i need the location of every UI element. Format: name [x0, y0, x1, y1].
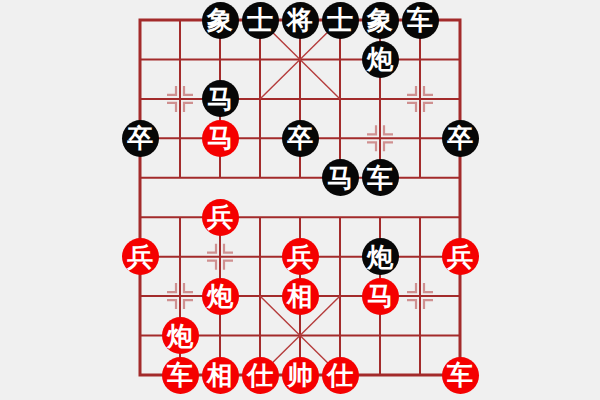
start-point-marker	[207, 244, 216, 253]
start-point-marker	[224, 261, 233, 270]
piece-red-elephant[interactable]: 相	[202, 357, 239, 394]
start-point-marker	[184, 86, 193, 95]
piece-black-advisor[interactable]: 士	[322, 2, 359, 39]
start-point-marker	[184, 283, 193, 292]
piece-black-soldier[interactable]: 卒	[282, 120, 319, 157]
piece-red-soldier[interactable]: 兵	[282, 238, 319, 275]
piece-red-horse[interactable]: 马	[202, 120, 239, 157]
start-point-marker	[367, 142, 376, 151]
start-point-marker	[167, 103, 176, 112]
piece-black-soldier[interactable]: 卒	[122, 120, 159, 157]
start-point-marker	[384, 125, 393, 134]
start-point-marker	[424, 283, 433, 292]
start-point-marker	[407, 86, 416, 95]
piece-black-chariot[interactable]: 车	[402, 2, 439, 39]
start-point-marker	[207, 261, 216, 270]
start-point-marker	[184, 300, 193, 309]
piece-red-cannon[interactable]: 炮	[162, 317, 199, 354]
start-point-marker	[407, 283, 416, 292]
piece-red-general[interactable]: 帅	[282, 357, 319, 394]
piece-black-advisor[interactable]: 士	[242, 2, 279, 39]
piece-red-soldier[interactable]: 兵	[122, 238, 159, 275]
piece-black-elephant[interactable]: 象	[202, 2, 239, 39]
piece-black-general[interactable]: 将	[282, 2, 319, 39]
start-point-marker	[184, 103, 193, 112]
piece-red-chariot[interactable]: 车	[162, 357, 199, 394]
start-point-marker	[407, 300, 416, 309]
piece-red-elephant[interactable]: 相	[282, 278, 319, 315]
piece-red-cannon[interactable]: 炮	[202, 278, 239, 315]
board-grid-lines	[0, 0, 600, 400]
piece-red-advisor[interactable]: 仕	[322, 357, 359, 394]
xiangqi-app-background: 象士将士象车炮马卒马卒卒马车兵兵兵炮兵炮相马炮车相仕帅仕车	[0, 0, 600, 400]
start-point-marker	[167, 86, 176, 95]
piece-black-cannon[interactable]: 炮	[362, 238, 399, 275]
start-point-marker	[424, 103, 433, 112]
piece-black-cannon[interactable]: 炮	[362, 41, 399, 78]
piece-red-soldier[interactable]: 兵	[202, 199, 239, 236]
piece-red-soldier[interactable]: 兵	[442, 238, 479, 275]
xiangqi-board: 象士将士象车炮马卒马卒卒马车兵兵兵炮兵炮相马炮车相仕帅仕车	[0, 0, 600, 400]
start-point-marker	[167, 300, 176, 309]
start-point-marker	[167, 283, 176, 292]
start-point-marker	[224, 244, 233, 253]
start-point-marker	[407, 103, 416, 112]
start-point-marker	[367, 125, 376, 134]
start-point-marker	[384, 142, 393, 151]
piece-black-horse[interactable]: 马	[322, 159, 359, 196]
piece-red-horse[interactable]: 马	[362, 278, 399, 315]
piece-black-chariot[interactable]: 车	[362, 159, 399, 196]
piece-black-soldier[interactable]: 卒	[442, 120, 479, 157]
piece-red-advisor[interactable]: 仕	[242, 357, 279, 394]
start-point-marker	[424, 86, 433, 95]
piece-black-elephant[interactable]: 象	[362, 2, 399, 39]
piece-black-horse[interactable]: 马	[202, 80, 239, 117]
start-point-marker	[424, 300, 433, 309]
piece-red-chariot[interactable]: 车	[442, 357, 479, 394]
